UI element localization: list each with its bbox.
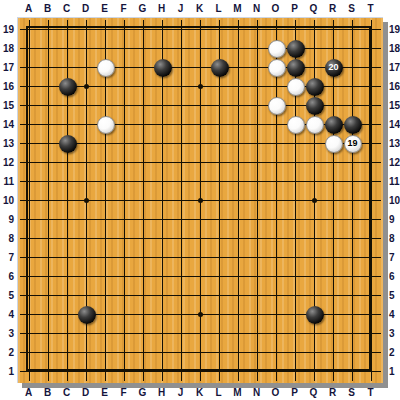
col-label-top-k: K <box>196 2 203 15</box>
col-label-bottom-t: T <box>367 386 373 399</box>
col-label-bottom-m: M <box>233 386 241 399</box>
col-label-bottom-n: N <box>253 386 260 399</box>
star-point-d16 <box>84 84 89 89</box>
black-stone-p17[interactable] <box>287 59 305 77</box>
white-stone-o15[interactable] <box>268 97 286 115</box>
col-label-bottom-g: G <box>139 386 147 399</box>
col-label-top-f: F <box>120 2 126 15</box>
col-label-bottom-o: O <box>272 386 280 399</box>
col-label-top-s: S <box>348 2 355 15</box>
col-label-top-o: O <box>272 2 280 15</box>
row-label-left-8: 8 <box>0 231 14 244</box>
go-board[interactable]: 2019 <box>17 17 383 383</box>
row-label-left-2: 2 <box>0 345 14 358</box>
col-label-top-n: N <box>253 2 260 15</box>
white-stone-p16[interactable] <box>287 78 305 96</box>
row-label-left-9: 9 <box>0 212 14 225</box>
row-label-right-1: 1 <box>389 364 400 377</box>
row-label-left-17: 17 <box>0 60 14 73</box>
go-board-page: 2019 AABBCCDDEEFFGGHHJJKKLLMMNNOOPPQQRRS… <box>0 0 400 400</box>
row-label-left-11: 11 <box>0 174 14 187</box>
row-label-right-10: 10 <box>389 193 400 206</box>
black-stone-c13[interactable] <box>59 135 77 153</box>
black-stone-r17-move-20[interactable]: 20 <box>325 59 343 77</box>
white-stone-q14[interactable] <box>306 116 324 134</box>
star-point-d10 <box>84 198 89 203</box>
col-label-bottom-d: D <box>82 386 89 399</box>
col-label-top-m: M <box>233 2 241 15</box>
white-stone-e17[interactable] <box>97 59 115 77</box>
col-label-top-g: G <box>139 2 147 15</box>
col-label-top-b: B <box>44 2 51 15</box>
row-label-right-16: 16 <box>389 79 400 92</box>
col-label-top-a: A <box>25 2 32 15</box>
black-stone-h17[interactable] <box>154 59 172 77</box>
col-label-bottom-l: L <box>215 386 221 399</box>
col-label-bottom-c: C <box>63 386 70 399</box>
col-label-top-l: L <box>215 2 221 15</box>
col-label-top-r: R <box>329 2 336 15</box>
row-label-right-7: 7 <box>389 250 400 263</box>
white-stone-s13-move-19[interactable]: 19 <box>344 135 362 153</box>
white-stone-p14[interactable] <box>287 116 305 134</box>
col-label-top-d: D <box>82 2 89 15</box>
row-label-left-3: 3 <box>0 326 14 339</box>
white-stone-e14[interactable] <box>97 116 115 134</box>
col-label-bottom-h: H <box>158 386 165 399</box>
row-label-right-19: 19 <box>389 22 400 35</box>
col-label-top-j: J <box>178 2 184 15</box>
row-label-left-12: 12 <box>0 155 14 168</box>
col-label-top-p: P <box>291 2 298 15</box>
row-label-right-11: 11 <box>389 174 400 187</box>
row-label-right-6: 6 <box>389 269 400 282</box>
row-label-left-5: 5 <box>0 288 14 301</box>
black-stone-d4[interactable] <box>78 306 96 324</box>
row-label-left-6: 6 <box>0 269 14 282</box>
col-label-bottom-b: B <box>44 386 51 399</box>
black-stone-r14[interactable] <box>325 116 343 134</box>
row-label-right-15: 15 <box>389 98 400 111</box>
row-label-left-4: 4 <box>0 307 14 320</box>
row-label-right-9: 9 <box>389 212 400 225</box>
col-label-bottom-e: E <box>101 386 108 399</box>
board-grid[interactable]: 2019 <box>20 20 381 381</box>
row-label-right-13: 13 <box>389 136 400 149</box>
row-label-right-2: 2 <box>389 345 400 358</box>
black-stone-l17[interactable] <box>211 59 229 77</box>
col-label-bottom-a: A <box>25 386 32 399</box>
row-label-left-15: 15 <box>0 98 14 111</box>
black-stone-s14[interactable] <box>344 116 362 134</box>
col-label-top-t: T <box>367 2 373 15</box>
star-point-k10 <box>198 198 203 203</box>
star-point-k16 <box>198 84 203 89</box>
row-label-right-3: 3 <box>389 326 400 339</box>
black-stone-c16[interactable] <box>59 78 77 96</box>
black-stone-q15[interactable] <box>306 97 324 115</box>
row-label-left-10: 10 <box>0 193 14 206</box>
col-label-bottom-p: P <box>291 386 298 399</box>
col-label-top-h: H <box>158 2 165 15</box>
row-label-right-18: 18 <box>389 41 400 54</box>
row-label-right-14: 14 <box>389 117 400 130</box>
row-label-left-13: 13 <box>0 136 14 149</box>
row-label-left-14: 14 <box>0 117 14 130</box>
row-label-left-19: 19 <box>0 22 14 35</box>
col-label-bottom-q: Q <box>310 386 318 399</box>
col-label-bottom-s: S <box>348 386 355 399</box>
black-stone-q4[interactable] <box>306 306 324 324</box>
row-label-right-12: 12 <box>389 155 400 168</box>
star-point-q10 <box>312 198 317 203</box>
col-label-bottom-j: J <box>178 386 184 399</box>
row-label-right-8: 8 <box>389 231 400 244</box>
row-label-left-1: 1 <box>0 364 14 377</box>
col-label-top-e: E <box>101 2 108 15</box>
row-label-right-17: 17 <box>389 60 400 73</box>
row-label-left-18: 18 <box>0 41 14 54</box>
col-label-top-q: Q <box>310 2 318 15</box>
row-label-right-4: 4 <box>389 307 400 320</box>
row-label-left-16: 16 <box>0 79 14 92</box>
white-stone-o17[interactable] <box>268 59 286 77</box>
black-stone-p18[interactable] <box>287 40 305 58</box>
star-point-k4 <box>198 312 203 317</box>
white-stone-o18[interactable] <box>268 40 286 58</box>
row-label-right-5: 5 <box>389 288 400 301</box>
black-stone-q16[interactable] <box>306 78 324 96</box>
row-label-left-7: 7 <box>0 250 14 263</box>
white-stone-r13[interactable] <box>325 135 343 153</box>
col-label-bottom-r: R <box>329 386 336 399</box>
col-label-bottom-k: K <box>196 386 203 399</box>
col-label-top-c: C <box>63 2 70 15</box>
col-label-bottom-f: F <box>120 386 126 399</box>
